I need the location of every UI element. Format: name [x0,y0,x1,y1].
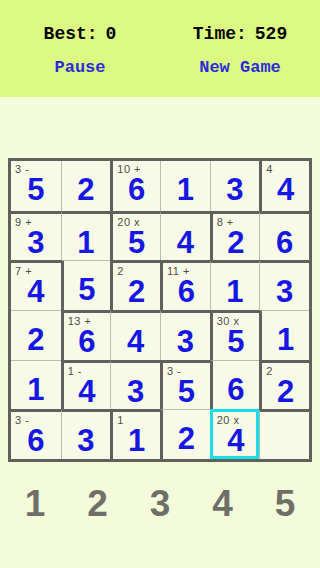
top-bar: Best:0 Time:529 Pause New Game [0,0,320,97]
kenken-grid: 3 -5210 +613449 +3120 x548 +267 +452211 … [8,158,312,462]
cell-value: 5 [113,227,160,258]
cell-value: 5 [163,376,210,407]
cell-value: 4 [161,227,210,258]
grid-cell[interactable]: 3 -6 [11,409,61,459]
cell-value: 4 [111,326,160,357]
grid-cell[interactable]: 10 +6 [110,161,160,211]
grid-cell[interactable]: 1 [210,260,260,310]
grid-cell[interactable]: 2 [11,310,61,360]
grid-cell[interactable]: 6 [259,211,309,261]
keypad-digit[interactable]: 4 [208,482,238,526]
cell-value: 4 [262,174,309,205]
grid-cell[interactable]: 20 x4 [210,409,260,459]
grid-cell[interactable]: 30 x5 [210,310,260,360]
cell-value: 2 [11,324,61,355]
time-value: 529 [255,24,287,44]
grid-cell[interactable]: 3 [210,161,260,211]
cell-value: 2 [262,376,309,407]
grid-cell[interactable]: 22 [259,360,309,410]
grid-cell[interactable]: 3 -5 [11,161,61,211]
grid-cell[interactable]: 3 -5 [160,360,210,410]
cell-value: 6 [260,227,309,258]
grid-cell[interactable]: 1 [259,310,309,360]
grid-cell[interactable]: 1 [11,360,61,410]
grid-cell[interactable]: 1 [160,161,210,211]
cell-value: 6 [11,425,61,456]
app-screen: Best:0 Time:529 Pause New Game 3 -5210 +… [0,0,320,568]
grid-cell[interactable]: 9 +3 [11,211,61,261]
cell-value: 1 [262,324,309,355]
grid-cell[interactable]: 3 [160,310,210,360]
best-label: Best: [44,24,98,44]
cell-value: 5 [64,274,111,305]
grid-cell[interactable]: 22 [110,260,160,310]
digit-keypad: 12345 [0,482,320,526]
keypad-digit[interactable]: 3 [145,482,175,526]
pause-button[interactable]: Pause [54,58,105,77]
cell-value: 4 [213,425,260,456]
cell-value: 1 [211,276,260,307]
cell-value: 3 [111,376,160,407]
cell-value: 3 [161,326,210,357]
keypad-digit[interactable]: 2 [83,482,113,526]
grid-cell[interactable]: 6 [210,360,260,410]
grid-cell[interactable]: 11 +6 [160,260,210,310]
cell-value: 6 [163,276,210,307]
cell-value: 3 [260,276,309,307]
cell-value: 1 [161,174,210,205]
grid-cell[interactable]: 2 [160,409,210,459]
cell-value: 2 [213,227,260,258]
cell-value: 3 [11,227,61,258]
cell-value: 1 [113,425,160,456]
grid-cell[interactable]: 4 [110,310,160,360]
cell-value: 5 [11,174,61,205]
time-label: Time: [193,24,247,44]
grid-cell[interactable]: 3 [61,409,111,459]
cell-value: 6 [213,374,260,405]
grid-cell[interactable]: 2 [61,161,111,211]
grid-cell[interactable]: 8 +2 [210,211,260,261]
grid-cell[interactable]: 11 [110,409,160,459]
grid-cell[interactable]: 1 [61,211,111,261]
cell-value: 6 [64,326,111,357]
cell-value: 5 [213,326,260,357]
cell-value: 2 [163,423,210,454]
cell-value: 3 [62,425,111,456]
cell-value: 4 [11,276,61,307]
grid-cell[interactable] [259,409,309,459]
timer: Time:529 [193,24,287,44]
grid-cell[interactable]: 7 +4 [11,260,61,310]
grid-cell[interactable]: 13 +6 [61,310,111,360]
best-value: 0 [106,24,117,44]
grid-cell[interactable]: 3 [259,260,309,310]
grid-cell[interactable]: 4 [160,211,210,261]
grid-cell[interactable]: 44 [259,161,309,211]
cell-value: 2 [62,174,111,205]
new-game-button[interactable]: New Game [199,58,281,77]
stats-row: Best:0 Time:529 [0,24,320,44]
grid-cell[interactable]: 1 -4 [61,360,111,410]
keypad-digit[interactable]: 1 [20,482,50,526]
grid-cell[interactable]: 5 [61,260,111,310]
best-score: Best:0 [44,24,117,44]
cell-value: 1 [62,227,111,258]
keypad-digit[interactable]: 5 [270,482,300,526]
actions-row: Pause New Game [0,58,320,77]
grid-cell[interactable]: 3 [110,360,160,410]
cell-value: 1 [11,374,61,405]
cell-value: 4 [64,376,111,407]
grid-cell[interactable]: 20 x5 [110,211,160,261]
cell-value: 6 [113,174,160,205]
cell-value: 2 [113,276,160,307]
cell-value: 3 [211,174,260,205]
